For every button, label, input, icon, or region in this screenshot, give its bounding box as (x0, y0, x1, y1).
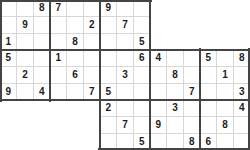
cell-r0c7[interactable] (117, 0, 134, 17)
given-digit: 9 (106, 3, 112, 13)
given-digit: 5 (206, 53, 212, 63)
cell-r8c14[interactable] (233, 133, 250, 150)
given-digit: 7 (122, 120, 128, 130)
cell-r4c5[interactable] (83, 67, 100, 84)
cell-r4c0[interactable] (0, 67, 17, 84)
cell-r4c1[interactable]: 2 (17, 67, 34, 84)
cell-r7c8[interactable] (133, 117, 150, 134)
cell-r3c4[interactable] (67, 50, 84, 67)
cell-r5c2[interactable]: 4 (33, 83, 50, 100)
given-digit: 9 (156, 120, 162, 130)
cell-r0c0[interactable] (0, 0, 17, 17)
cell-r0c4[interactable] (67, 0, 84, 17)
given-digit: 9 (6, 87, 12, 97)
cell-r1c8[interactable] (133, 17, 150, 34)
cell-r6c10[interactable]: 3 (167, 100, 184, 117)
cell-r5c5[interactable]: 7 (83, 83, 100, 100)
cell-r3c5[interactable] (83, 50, 100, 67)
given-digit: 8 (189, 137, 195, 147)
cell-r5c4[interactable] (67, 83, 84, 100)
cell-r4c4[interactable]: 6 (67, 67, 84, 84)
cell-r8c7[interactable] (117, 133, 134, 150)
cell-r2c6[interactable] (100, 33, 117, 50)
cell-r2c4[interactable]: 8 (67, 33, 84, 50)
cell-r5c6[interactable]: 5 (100, 83, 117, 100)
cell-r4c9[interactable] (150, 67, 167, 84)
cell-r2c3[interactable] (50, 33, 67, 50)
cell-r1c2[interactable] (33, 17, 50, 34)
cell-r5c0[interactable]: 9 (0, 83, 17, 100)
cell-r2c5[interactable] (83, 33, 100, 50)
cell-r5c7[interactable] (117, 83, 134, 100)
cell-r7c14[interactable] (233, 117, 250, 134)
cell-r1c1[interactable]: 9 (17, 17, 34, 34)
cell-r6c13[interactable] (217, 100, 234, 117)
given-digit: 4 (39, 87, 45, 97)
cell-r3c3[interactable]: 1 (50, 50, 67, 67)
given-digit: 6 (139, 53, 145, 63)
cell-r6c8[interactable] (133, 100, 150, 117)
cell-r4c3[interactable] (50, 67, 67, 84)
given-digit: 6 (72, 70, 78, 80)
cell-r7c11[interactable] (183, 117, 200, 134)
given-digit: 3 (239, 87, 245, 97)
cell-r8c6[interactable] (100, 133, 117, 150)
cell-r5c9[interactable] (150, 83, 167, 100)
cell-r3c14[interactable]: 8 (233, 50, 250, 67)
cell-r3c7[interactable] (117, 50, 134, 67)
cell-r8c12[interactable]: 6 (200, 133, 217, 150)
cell-r8c13[interactable] (217, 133, 234, 150)
cell-r5c11[interactable]: 7 (183, 83, 200, 100)
cell-r4c2[interactable] (33, 67, 50, 84)
cell-r3c11[interactable] (183, 50, 200, 67)
cell-r3c12[interactable]: 5 (200, 50, 217, 67)
given-digit: 5 (139, 37, 145, 47)
given-digit: 5 (139, 137, 145, 147)
cell-r5c12[interactable] (200, 83, 217, 100)
cell-r5c14[interactable]: 3 (233, 83, 250, 100)
cell-r3c9[interactable]: 4 (150, 50, 167, 67)
cell-r3c6[interactable] (100, 50, 117, 67)
cell-r7c13[interactable]: 8 (217, 117, 234, 134)
given-digit: 8 (222, 120, 228, 130)
cell-r3c0[interactable]: 5 (0, 50, 17, 67)
given-digit: 8 (172, 70, 178, 80)
cell-r7c9[interactable]: 9 (150, 117, 167, 134)
given-digit: 3 (122, 70, 128, 80)
cell-r0c8[interactable] (133, 0, 150, 17)
given-digit: 4 (156, 53, 162, 63)
cell-r4c7[interactable]: 3 (117, 67, 134, 84)
given-digit: 1 (6, 37, 12, 47)
given-digit: 6 (206, 137, 212, 147)
cell-r6c11[interactable] (183, 100, 200, 117)
given-digit: 1 (222, 70, 228, 80)
cell-r2c2[interactable] (33, 33, 50, 50)
cell-r3c13[interactable] (217, 50, 234, 67)
cell-r3c2[interactable] (33, 50, 50, 67)
given-digit: 8 (39, 3, 45, 13)
cell-r7c10[interactable] (167, 117, 184, 134)
cell-r6c7[interactable] (117, 100, 134, 117)
cell-r6c9[interactable] (150, 100, 167, 117)
cell-r2c0[interactable]: 1 (0, 33, 17, 50)
cell-r1c7[interactable]: 7 (117, 17, 134, 34)
cell-r0c6[interactable]: 9 (100, 0, 117, 17)
cell-r2c7[interactable] (117, 33, 134, 50)
given-digit: 2 (89, 20, 95, 30)
sudoku-board: 87992718551645826381947573234798586 (0, 0, 250, 150)
cell-r8c9[interactable] (150, 133, 167, 150)
cell-r5c1[interactable] (17, 83, 34, 100)
given-digit: 2 (22, 70, 28, 80)
cell-r1c3[interactable] (50, 17, 67, 34)
cell-r1c6[interactable] (100, 17, 117, 34)
given-digit: 5 (6, 53, 12, 63)
given-digit: 9 (22, 20, 28, 30)
cell-r7c7[interactable]: 7 (117, 117, 134, 134)
cell-r8c11[interactable]: 8 (183, 133, 200, 150)
given-digit: 7 (56, 3, 62, 13)
cell-r8c8[interactable]: 5 (133, 133, 150, 150)
cell-r2c8[interactable]: 5 (133, 33, 150, 50)
cell-r1c5[interactable]: 2 (83, 17, 100, 34)
cell-r6c6[interactable]: 2 (100, 100, 117, 117)
cell-r2c1[interactable] (17, 33, 34, 50)
cell-r0c1[interactable] (17, 0, 34, 17)
cell-r1c4[interactable] (67, 17, 84, 34)
cell-r3c1[interactable] (17, 50, 34, 67)
given-digit: 7 (89, 87, 95, 97)
given-digit: 4 (239, 103, 245, 113)
cell-r7c12[interactable] (200, 117, 217, 134)
cell-r0c3[interactable]: 7 (50, 0, 67, 17)
given-digit: 8 (72, 37, 78, 47)
given-digit: 1 (56, 53, 62, 63)
given-digit: 7 (189, 87, 195, 97)
given-digit: 7 (122, 20, 128, 30)
cell-r5c10[interactable] (167, 83, 184, 100)
given-digit: 8 (239, 53, 245, 63)
cell-r4c11[interactable] (183, 67, 200, 84)
cell-r4c8[interactable] (133, 67, 150, 84)
cell-r5c3[interactable] (50, 83, 67, 100)
given-digit: 3 (172, 103, 178, 113)
cell-r4c6[interactable] (100, 67, 117, 84)
given-digit: 5 (106, 87, 112, 97)
cell-r5c13[interactable] (217, 83, 234, 100)
cell-r8c10[interactable] (167, 133, 184, 150)
cell-r6c12[interactable] (200, 100, 217, 117)
cell-r0c5[interactable] (83, 0, 100, 17)
cell-r7c6[interactable] (100, 117, 117, 134)
given-digit: 2 (106, 103, 112, 113)
cell-r3c10[interactable] (167, 50, 184, 67)
cell-r6c14[interactable]: 4 (233, 100, 250, 117)
cell-r5c8[interactable] (133, 83, 150, 100)
cell-r0c2[interactable]: 8 (33, 0, 50, 17)
cell-r4c14[interactable] (233, 67, 250, 84)
cell-r3c8[interactable]: 6 (133, 50, 150, 67)
cell-r4c12[interactable] (200, 67, 217, 84)
cell-r4c13[interactable]: 1 (217, 67, 234, 84)
cell-r4c10[interactable]: 8 (167, 67, 184, 84)
cell-r1c0[interactable] (0, 17, 17, 34)
